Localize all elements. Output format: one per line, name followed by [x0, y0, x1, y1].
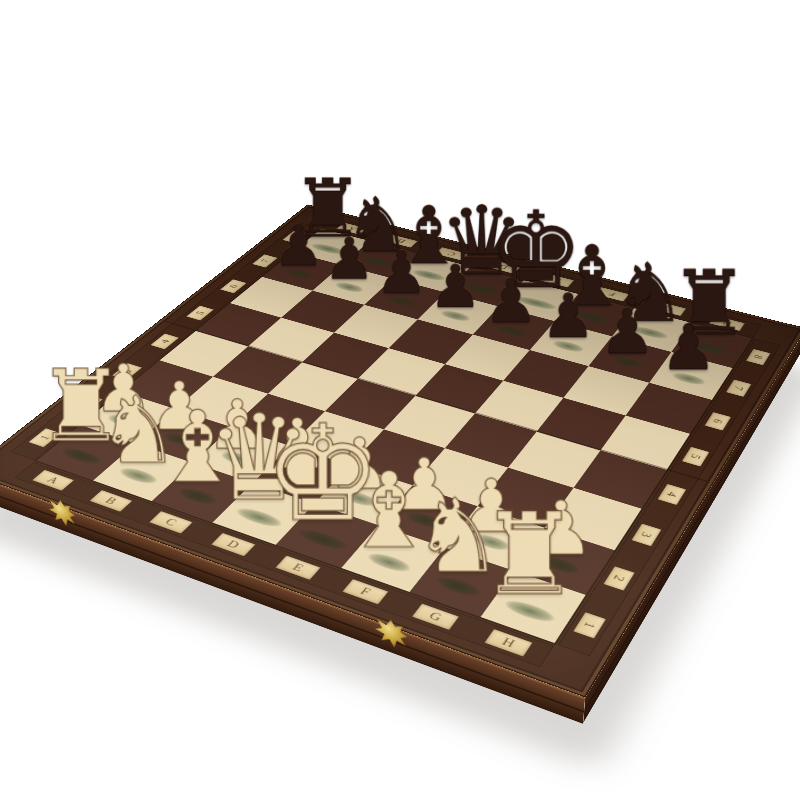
chess-board: ABCDEFGH ABCDEFGH 87654321 87654321 ♜♞♝♛…	[0, 204, 800, 697]
product-photo: ABCDEFGH ABCDEFGH 87654321 87654321 ♜♞♝♛…	[0, 0, 800, 800]
scene: ABCDEFGH ABCDEFGH 87654321 87654321 ♜♞♝♛…	[0, 0, 800, 800]
white-rook-icon: ♜	[445, 498, 614, 612]
